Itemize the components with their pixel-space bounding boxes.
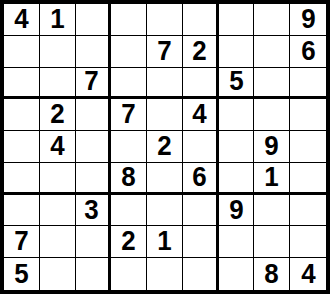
cell-r7c6[interactable] bbox=[183, 195, 219, 227]
cell-r2c8[interactable] bbox=[254, 36, 290, 68]
given-digit: 4 bbox=[50, 133, 64, 160]
cell-r7c2[interactable] bbox=[40, 195, 76, 227]
cell-r2c6: 2 bbox=[183, 36, 219, 68]
given-digit: 5 bbox=[229, 68, 243, 95]
cell-r8c2[interactable] bbox=[40, 226, 76, 258]
cell-r4c3[interactable] bbox=[76, 99, 112, 131]
cell-r4c6: 4 bbox=[183, 99, 219, 131]
cell-r6c7[interactable] bbox=[219, 163, 255, 195]
cell-r8c5: 1 bbox=[147, 226, 183, 258]
cell-r7c5[interactable] bbox=[147, 195, 183, 227]
cell-r1c8[interactable] bbox=[254, 4, 290, 36]
cell-r6c4: 8 bbox=[111, 163, 147, 195]
cell-r2c1[interactable] bbox=[4, 36, 40, 68]
cell-r3c5[interactable] bbox=[147, 68, 183, 100]
cell-r9c2[interactable] bbox=[40, 258, 76, 290]
cell-r9c9: 4 bbox=[290, 258, 326, 290]
cell-r1c2: 1 bbox=[40, 4, 76, 36]
cell-r8c1: 7 bbox=[4, 226, 40, 258]
cell-r3c1[interactable] bbox=[4, 68, 40, 100]
cell-r5c6[interactable] bbox=[183, 131, 219, 163]
cell-r1c4[interactable] bbox=[111, 4, 147, 36]
cell-r5c2: 4 bbox=[40, 131, 76, 163]
cell-r7c3: 3 bbox=[76, 195, 112, 227]
cell-r4c9[interactable] bbox=[290, 99, 326, 131]
cell-r5c8: 9 bbox=[254, 131, 290, 163]
cell-r7c9[interactable] bbox=[290, 195, 326, 227]
given-digit: 7 bbox=[85, 68, 99, 95]
given-digit: 4 bbox=[14, 6, 28, 33]
given-digit: 9 bbox=[265, 133, 279, 160]
cell-r9c7[interactable] bbox=[219, 258, 255, 290]
given-digit: 7 bbox=[122, 101, 136, 128]
cell-r6c8: 1 bbox=[254, 163, 290, 195]
cell-r2c3[interactable] bbox=[76, 36, 112, 68]
cell-r2c9: 6 bbox=[290, 36, 326, 68]
given-digit: 2 bbox=[122, 228, 136, 255]
cell-r2c5: 7 bbox=[147, 36, 183, 68]
cell-r3c3: 7 bbox=[76, 68, 112, 100]
cell-r8c7[interactable] bbox=[219, 226, 255, 258]
cell-r9c5[interactable] bbox=[147, 258, 183, 290]
cell-r4c1[interactable] bbox=[4, 99, 40, 131]
cell-r4c8[interactable] bbox=[254, 99, 290, 131]
cell-r4c4: 7 bbox=[111, 99, 147, 131]
sudoku-board: 4197267527442986139721584 bbox=[0, 0, 330, 294]
given-digit: 4 bbox=[301, 261, 315, 288]
cell-r1c6[interactable] bbox=[183, 4, 219, 36]
cell-r1c1: 4 bbox=[4, 4, 40, 36]
cell-r2c7[interactable] bbox=[219, 36, 255, 68]
cell-r5c4[interactable] bbox=[111, 131, 147, 163]
cell-r6c2[interactable] bbox=[40, 163, 76, 195]
cell-r7c8[interactable] bbox=[254, 195, 290, 227]
given-digit: 8 bbox=[265, 261, 279, 288]
given-digit: 6 bbox=[192, 164, 206, 191]
cell-r7c1[interactable] bbox=[4, 195, 40, 227]
cell-r4c2: 2 bbox=[40, 99, 76, 131]
cell-r9c6[interactable] bbox=[183, 258, 219, 290]
given-digit: 1 bbox=[265, 164, 279, 191]
cell-r3c7: 5 bbox=[219, 68, 255, 100]
given-digit: 7 bbox=[14, 228, 28, 255]
cell-r2c4[interactable] bbox=[111, 36, 147, 68]
cell-r8c8[interactable] bbox=[254, 226, 290, 258]
given-digit: 3 bbox=[85, 197, 99, 224]
cell-r8c6[interactable] bbox=[183, 226, 219, 258]
cell-r9c1: 5 bbox=[4, 258, 40, 290]
given-digit: 5 bbox=[14, 261, 28, 288]
cell-r3c9[interactable] bbox=[290, 68, 326, 100]
cell-r6c5[interactable] bbox=[147, 163, 183, 195]
given-digit: 7 bbox=[157, 38, 171, 65]
given-digit: 6 bbox=[301, 38, 315, 65]
given-digit: 4 bbox=[192, 101, 206, 128]
cell-r1c5[interactable] bbox=[147, 4, 183, 36]
cell-r3c4[interactable] bbox=[111, 68, 147, 100]
given-digit: 1 bbox=[157, 228, 171, 255]
given-digit: 2 bbox=[50, 101, 64, 128]
cell-r1c7[interactable] bbox=[219, 4, 255, 36]
cell-r2c2[interactable] bbox=[40, 36, 76, 68]
given-digit: 9 bbox=[229, 197, 243, 224]
cell-r6c1[interactable] bbox=[4, 163, 40, 195]
given-digit: 8 bbox=[122, 164, 136, 191]
cell-r3c6[interactable] bbox=[183, 68, 219, 100]
cell-r3c2[interactable] bbox=[40, 68, 76, 100]
cell-r5c1[interactable] bbox=[4, 131, 40, 163]
cell-r9c8: 8 bbox=[254, 258, 290, 290]
cell-r8c4: 2 bbox=[111, 226, 147, 258]
cell-r5c7[interactable] bbox=[219, 131, 255, 163]
cell-r9c4[interactable] bbox=[111, 258, 147, 290]
given-digit: 2 bbox=[192, 38, 206, 65]
cell-r5c9[interactable] bbox=[290, 131, 326, 163]
cell-r9c3[interactable] bbox=[76, 258, 112, 290]
cell-r8c9[interactable] bbox=[290, 226, 326, 258]
cell-r8c3[interactable] bbox=[76, 226, 112, 258]
given-digit: 9 bbox=[301, 6, 315, 33]
cell-r3c8[interactable] bbox=[254, 68, 290, 100]
cell-r5c3[interactable] bbox=[76, 131, 112, 163]
cell-r7c4[interactable] bbox=[111, 195, 147, 227]
cell-r4c7[interactable] bbox=[219, 99, 255, 131]
given-digit: 1 bbox=[50, 6, 64, 33]
cell-r4c5[interactable] bbox=[147, 99, 183, 131]
cell-r1c9: 9 bbox=[290, 4, 326, 36]
cell-r1c3[interactable] bbox=[76, 4, 112, 36]
cell-r6c3[interactable] bbox=[76, 163, 112, 195]
cell-r6c6: 6 bbox=[183, 163, 219, 195]
cell-r5c5: 2 bbox=[147, 131, 183, 163]
given-digit: 2 bbox=[157, 133, 171, 160]
cell-r7c7: 9 bbox=[219, 195, 255, 227]
cell-r6c9[interactable] bbox=[290, 163, 326, 195]
